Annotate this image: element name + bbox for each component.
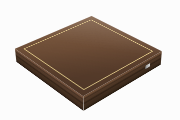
latch-icon[interactable] [145,63,150,69]
game-box [15,16,162,96]
perspective-wrapper [0,0,180,120]
board-photo [0,0,180,120]
board-surface [15,16,162,96]
